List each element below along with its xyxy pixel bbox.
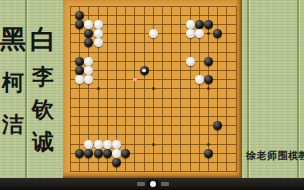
stone-white-F3 bbox=[112, 149, 121, 158]
white-label: 白 bbox=[29, 26, 57, 52]
black-label: 黑 bbox=[0, 26, 27, 52]
video-player-bar[interactable] bbox=[0, 178, 304, 190]
grid-line bbox=[70, 134, 237, 135]
player-control-label-right bbox=[161, 182, 169, 186]
grid-line bbox=[70, 98, 237, 99]
stone-black-Q3 bbox=[204, 149, 213, 158]
stone-white-P16 bbox=[195, 29, 204, 38]
stone-white-B11 bbox=[75, 75, 84, 84]
stone-white-E4 bbox=[103, 140, 112, 149]
stone-white-C11 bbox=[84, 75, 93, 84]
stone-white-O16 bbox=[186, 29, 195, 38]
go-board bbox=[63, 0, 242, 178]
grid-line bbox=[236, 6, 237, 173]
stone-white-C13 bbox=[84, 57, 93, 66]
player-controls bbox=[0, 178, 304, 190]
stone-white-O17 bbox=[186, 20, 195, 29]
grid-line bbox=[70, 116, 237, 117]
white-name-char: 李 bbox=[29, 66, 57, 88]
stone-black-D3 bbox=[94, 149, 103, 158]
star-point bbox=[97, 87, 100, 90]
stone-white-C17 bbox=[84, 20, 93, 29]
stone-black-B3 bbox=[75, 149, 84, 158]
grid-line bbox=[171, 6, 172, 173]
stone-black-C16 bbox=[84, 29, 93, 38]
grid-line bbox=[226, 6, 227, 173]
white-name-char: 诚 bbox=[29, 131, 57, 153]
toggle-switch[interactable] bbox=[147, 180, 159, 188]
stone-white-F4 bbox=[112, 140, 121, 149]
grid-line bbox=[70, 171, 237, 172]
stone-black-R6 bbox=[213, 121, 222, 130]
stone-black-B13 bbox=[75, 57, 84, 66]
star-point bbox=[152, 143, 155, 146]
go-video-frame: 黑 柯 洁 白 李 钦 诚 徐老师围棋教室 bbox=[0, 0, 304, 190]
stone-black-E3 bbox=[103, 149, 112, 158]
grid-line bbox=[162, 6, 163, 173]
stone-black-B12 bbox=[75, 66, 84, 75]
toggle-knob-icon bbox=[150, 181, 156, 187]
stone-black-F2 bbox=[112, 158, 121, 167]
grid-line bbox=[180, 6, 181, 173]
star-point bbox=[207, 32, 210, 35]
white-name-char: 钦 bbox=[29, 99, 57, 121]
star-point bbox=[152, 87, 155, 90]
stone-black-R16 bbox=[213, 29, 222, 38]
stone-black-Q17 bbox=[204, 20, 213, 29]
stone-black-C15 bbox=[84, 38, 93, 47]
stone-white-O13 bbox=[186, 57, 195, 66]
grid-line bbox=[70, 125, 237, 126]
black-name-char: 柯 bbox=[0, 72, 27, 94]
stone-white-C4 bbox=[84, 140, 93, 149]
stone-white-C12 bbox=[84, 66, 93, 75]
stone-black-C3 bbox=[84, 149, 93, 158]
last-move-marker bbox=[142, 69, 145, 72]
grid-line bbox=[70, 107, 237, 108]
stone-black-Q11 bbox=[204, 75, 213, 84]
stone-black-B18 bbox=[75, 11, 84, 20]
stone-black-Q13 bbox=[204, 57, 213, 66]
star-point bbox=[207, 143, 210, 146]
stone-white-D15 bbox=[94, 38, 103, 47]
channel-watermark: 徐老师围棋教室 bbox=[246, 149, 304, 163]
stone-black-P17 bbox=[195, 20, 204, 29]
stone-white-P11 bbox=[195, 75, 204, 84]
stone-white-D4 bbox=[94, 140, 103, 149]
stone-white-D16 bbox=[94, 29, 103, 38]
black-name-char: 洁 bbox=[0, 114, 27, 136]
stone-black-G3 bbox=[121, 149, 130, 158]
stone-white-D17 bbox=[94, 20, 103, 29]
player-control-label-left bbox=[137, 182, 145, 186]
grid-line bbox=[70, 162, 237, 163]
star-point bbox=[207, 87, 210, 90]
pink-point-marker bbox=[133, 78, 136, 81]
stone-white-K16 bbox=[149, 29, 158, 38]
stone-black-B17 bbox=[75, 20, 84, 29]
player-names-panel: 黑 柯 洁 白 李 钦 诚 bbox=[0, 0, 63, 178]
